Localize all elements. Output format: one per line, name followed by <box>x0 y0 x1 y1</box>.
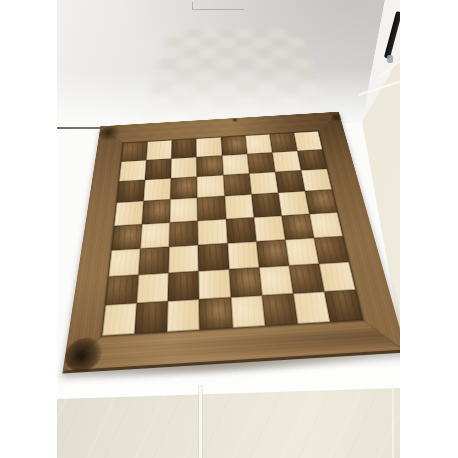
backdrop-panel <box>57 0 400 132</box>
board-grid <box>102 131 362 336</box>
square-h3 <box>313 236 348 264</box>
square-d8 <box>196 137 221 157</box>
square-g4 <box>281 214 313 240</box>
square-h4 <box>309 212 343 238</box>
square-b7 <box>145 159 171 180</box>
square-h5 <box>304 190 336 214</box>
square-f3 <box>256 239 289 267</box>
photo-area <box>57 0 400 458</box>
square-f7 <box>246 153 274 174</box>
square-d7 <box>196 156 222 177</box>
square-e1 <box>230 295 264 327</box>
frame-mitre-seam-top-left <box>97 125 125 145</box>
square-d1 <box>199 297 232 330</box>
square-b5 <box>142 200 170 224</box>
square-c5 <box>169 198 197 222</box>
square-b2 <box>136 273 168 303</box>
square-g1 <box>292 292 329 324</box>
square-b6 <box>143 178 170 201</box>
square-g7 <box>272 151 301 172</box>
photo-canvas <box>0 0 458 458</box>
panel-seam-horizontal <box>192 9 244 10</box>
square-a1 <box>102 303 137 336</box>
chess-board <box>62 112 400 374</box>
square-a2 <box>105 275 138 305</box>
square-f4 <box>253 215 284 241</box>
panel-seam-mark <box>192 2 244 10</box>
square-c6 <box>170 177 197 200</box>
floor-grout-line-vertical <box>199 386 202 458</box>
square-f6 <box>249 172 278 195</box>
square-b1 <box>134 301 167 334</box>
blue-clip <box>387 55 393 63</box>
square-e2 <box>228 267 261 297</box>
square-g6 <box>274 170 304 192</box>
square-h6 <box>300 169 331 191</box>
frame-mitre-seam-top-right <box>313 112 343 132</box>
square-f1 <box>261 293 297 325</box>
square-f5 <box>251 193 281 217</box>
square-h7 <box>297 149 327 170</box>
square-a6 <box>116 180 144 203</box>
square-a8 <box>121 142 147 162</box>
panel-seam-vertical <box>192 2 193 10</box>
square-g8 <box>269 133 297 153</box>
square-g3 <box>284 238 318 266</box>
floor-grout-line-vertical-2 <box>392 384 394 458</box>
square-c3 <box>168 245 198 273</box>
square-e7 <box>221 154 248 175</box>
square-e8 <box>220 136 246 156</box>
square-a5 <box>114 201 143 225</box>
square-b4 <box>140 222 170 248</box>
square-g5 <box>278 191 309 215</box>
square-c1 <box>167 299 200 332</box>
square-h2 <box>318 262 355 292</box>
square-b3 <box>138 247 169 275</box>
square-a4 <box>111 224 142 250</box>
square-c4 <box>169 221 198 247</box>
square-d6 <box>197 175 224 198</box>
square-e5 <box>224 195 253 219</box>
square-f8 <box>245 134 272 154</box>
frame-mitre-seam-bottom-left <box>62 336 102 374</box>
square-c8 <box>171 139 196 159</box>
square-h8 <box>293 131 322 151</box>
square-a3 <box>108 248 140 276</box>
wood-knot-top-frame <box>231 118 238 122</box>
square-c7 <box>171 157 197 178</box>
square-d2 <box>198 269 230 299</box>
square-e6 <box>223 174 251 197</box>
square-d4 <box>197 219 226 245</box>
square-a7 <box>119 160 146 181</box>
panel-haze <box>57 0 400 132</box>
square-c2 <box>168 271 199 301</box>
square-g2 <box>288 264 323 294</box>
square-h1 <box>324 290 362 322</box>
square-e3 <box>227 241 259 269</box>
square-d3 <box>198 243 228 271</box>
square-f2 <box>258 265 292 295</box>
square-e4 <box>225 217 255 243</box>
square-d5 <box>197 196 225 220</box>
square-b8 <box>146 140 172 160</box>
